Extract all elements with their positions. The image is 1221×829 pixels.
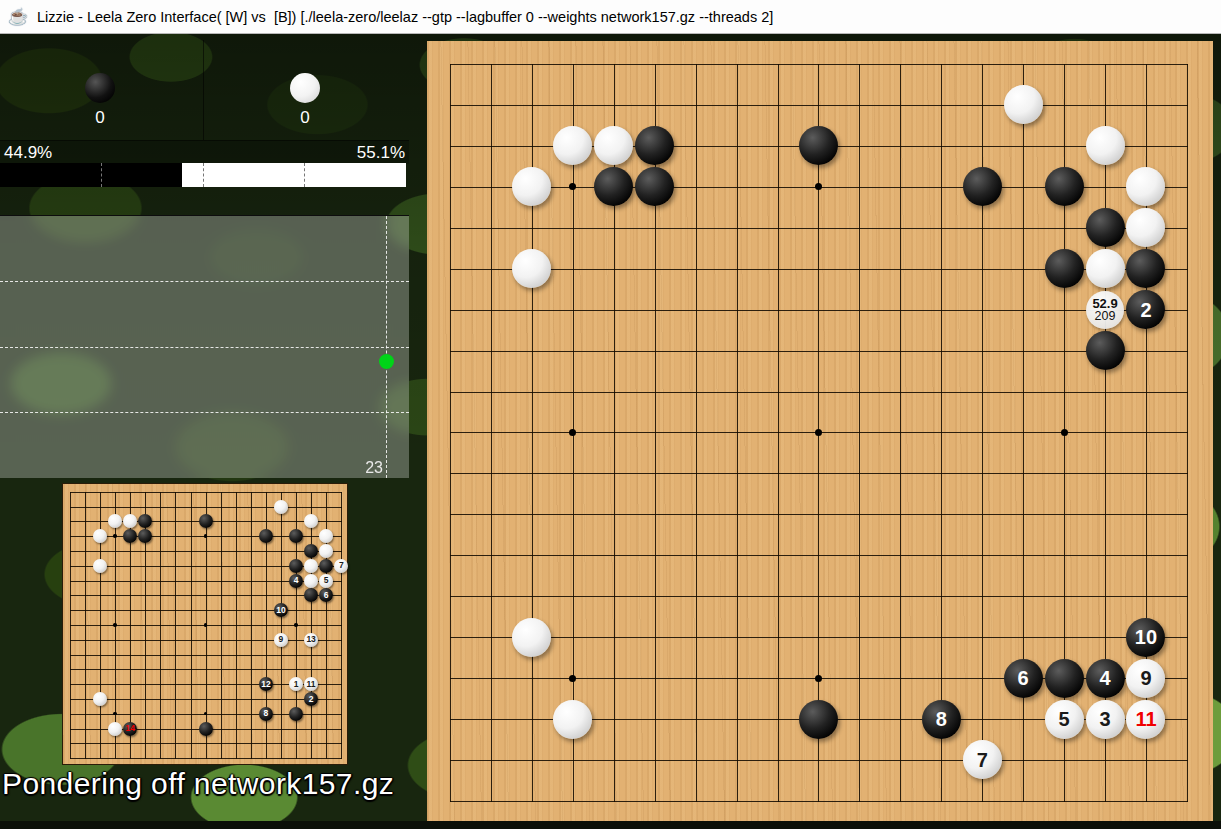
variation-subboard[interactable]: 745610913121112814 [62,483,348,765]
stone[interactable] [289,707,303,721]
stone[interactable] [123,514,137,528]
status-text: Pondering off network157.gz [2,767,394,801]
numbered-stone[interactable]: 3 [1086,700,1125,739]
captured-white-stone-icon [290,73,320,103]
winrate-bar-tick-50 [203,163,204,187]
stone[interactable] [304,514,318,528]
stone[interactable] [635,167,674,206]
star-point [204,712,208,716]
numbered-stone[interactable]: 6 [1004,659,1043,698]
graph-current-winrate-dot [379,354,394,369]
graph-move-number: 23 [365,459,383,477]
numbered-stone[interactable]: 9 [274,633,288,647]
stone[interactable] [799,700,838,739]
board-grid-line [450,514,1188,515]
stone[interactable] [289,559,303,573]
board-grid-line [70,699,342,700]
board-grid-line [70,655,342,656]
stone[interactable] [138,514,152,528]
stone[interactable] [259,529,273,543]
graph-current-move-line [386,216,387,478]
white-capture-count: 0 [275,108,335,128]
candidate-winrate: 52.9 [1092,297,1117,310]
stone[interactable] [1086,331,1125,370]
stone[interactable] [553,126,592,165]
stone[interactable] [123,529,137,543]
stone[interactable] [274,500,288,514]
stone[interactable] [93,692,107,706]
stone[interactable] [1045,249,1084,288]
main-board[interactable]: 21064985311752.9209 [427,41,1213,821]
numbered-stone[interactable]: 11 [1126,700,1165,739]
board-grid-line [236,492,237,759]
numbered-stone[interactable]: 13 [304,633,318,647]
board-grid-line [70,743,342,744]
winrate-label-bar: 44.9% 55.1% [0,140,409,164]
stone[interactable] [319,559,333,573]
board-grid-line [70,640,342,641]
black-winrate-label: 44.9% [0,143,56,163]
board-grid-line [70,758,342,759]
board-grid-line [1187,64,1188,802]
stone[interactable] [304,574,318,588]
stone[interactable] [635,126,674,165]
star-point [815,183,822,190]
board-grid-line [450,760,1188,761]
stone[interactable] [512,249,551,288]
star-point [204,534,208,538]
numbered-stone[interactable]: 7 [334,559,348,573]
board-grid-line [450,596,1188,597]
numbered-stone[interactable]: 10 [1126,618,1165,657]
candidate-visits: 209 [1095,310,1116,323]
numbered-stone[interactable]: 5 [319,574,333,588]
numbered-stone[interactable]: 1 [289,677,303,691]
numbered-stone[interactable]: 4 [1086,659,1125,698]
numbered-stone[interactable]: 4 [289,574,303,588]
stone[interactable] [93,559,107,573]
board-grid-line [311,492,312,759]
stone[interactable] [199,514,213,528]
star-point [1061,429,1068,436]
numbered-stone[interactable]: 12 [259,677,273,691]
graph-gridline-50 [0,347,409,348]
board-grid-line [450,473,1188,474]
stone[interactable] [108,722,122,736]
stone[interactable] [93,529,107,543]
stone[interactable] [1086,126,1125,165]
numbered-stone[interactable]: 2 [304,692,318,706]
star-point [113,623,117,627]
stone[interactable] [1126,249,1165,288]
board-grid-line [859,64,860,802]
window-titlebar[interactable]: ☕ Lizzie - Leela Zero Interface( [W] vs … [0,0,1221,34]
star-point [815,675,822,682]
numbered-stone[interactable]: 10 [274,603,288,617]
stone[interactable] [1045,659,1084,698]
stone[interactable] [963,167,1002,206]
board-grid-line [221,492,222,759]
stone[interactable] [594,167,633,206]
stone[interactable] [304,588,318,602]
numbered-stone[interactable]: 8 [922,700,961,739]
white-winrate-label: 55.1% [353,143,409,163]
board-grid-line [450,555,1188,556]
winrate-bar-tick-25 [101,163,102,187]
numbered-stone[interactable]: 5 [1045,700,1084,739]
stone[interactable] [1004,85,1043,124]
stone[interactable] [594,126,633,165]
stone[interactable] [553,700,592,739]
stone[interactable] [799,126,838,165]
winrate-bar-black-section [0,163,182,187]
numbered-stone[interactable]: 6 [319,588,333,602]
star-point [113,534,117,538]
star-point [204,623,208,627]
numbered-stone[interactable]: 11 [304,677,318,691]
numbered-stone[interactable]: 7 [963,740,1002,779]
board-grid-line [251,492,252,759]
stone[interactable] [1086,208,1125,247]
graph-gridline-25 [0,281,409,282]
stone[interactable] [1126,167,1165,206]
board-grid-line [450,637,1188,638]
star-point [569,675,576,682]
board-grid-line [450,801,1188,802]
numbered-stone[interactable]: 8 [259,707,273,721]
stone[interactable] [199,722,213,736]
stone[interactable] [1045,167,1084,206]
winrate-graph[interactable]: 23 [0,215,409,478]
stone[interactable] [1086,249,1125,288]
stone[interactable] [319,544,333,558]
star-point [294,623,298,627]
captured-black-stone-icon [85,73,115,103]
java-app-icon: ☕ [8,9,28,25]
board-grid-line [281,492,282,759]
winrate-bar-tick-75 [304,163,305,187]
stone[interactable] [108,514,122,528]
numbered-stone[interactable]: 2 [1126,290,1165,329]
window-title: Lizzie - Leela Zero Interface( [W] vs [B… [37,9,773,25]
stone[interactable] [512,618,551,657]
board-grid-line [341,492,342,759]
star-point [569,183,576,190]
black-capture-count: 0 [70,108,130,128]
window-bottom-edge [0,821,1221,829]
board-grid-line [941,64,942,802]
numbered-stone[interactable]: 14 [123,722,137,736]
board-grid-line [70,669,342,670]
stone[interactable] [512,167,551,206]
lizzie-window: ☕ Lizzie - Leela Zero Interface( [W] vs … [0,0,1221,829]
stone[interactable] [304,559,318,573]
star-point [113,712,117,716]
stone[interactable] [138,529,152,543]
star-point [569,429,576,436]
numbered-stone[interactable]: 9 [1126,659,1165,698]
winrate-bar [0,163,406,187]
graph-gridline-75 [0,412,409,413]
star-point [815,429,822,436]
stone[interactable] [1126,208,1165,247]
capture-panel-divider [203,40,204,140]
candidate-move[interactable]: 52.9209 [1086,291,1124,329]
stone[interactable] [304,544,318,558]
board-grid-line [900,64,901,802]
stone[interactable] [289,529,303,543]
stone[interactable] [319,529,333,543]
